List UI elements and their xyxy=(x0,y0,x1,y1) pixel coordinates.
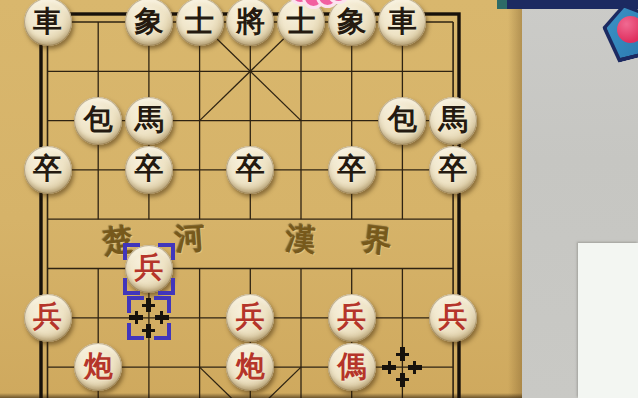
piece-glyph: 兵 xyxy=(337,302,366,331)
black-cannon-piece[interactable]: 包 xyxy=(74,97,122,145)
flower-logo-icon xyxy=(289,0,343,10)
piece-glyph: 馬 xyxy=(134,105,163,134)
black-general-piece[interactable]: 將 xyxy=(226,0,274,46)
red-cannon-piece[interactable]: 炮 xyxy=(74,343,122,391)
mouse-crosshair-cursor xyxy=(380,345,424,389)
piece-glyph: 兵 xyxy=(439,302,468,331)
piece-glyph: 車 xyxy=(33,7,62,36)
channel-logo-icon xyxy=(604,3,638,59)
piece-glyph: 將 xyxy=(236,7,265,36)
piece-glyph: 炮 xyxy=(236,352,265,381)
black-soldier-piece[interactable]: 卒 xyxy=(24,146,72,194)
piece-glyph: 包 xyxy=(84,105,113,134)
selected-piece-brackets xyxy=(123,243,175,295)
black-horse-piece[interactable]: 馬 xyxy=(125,97,173,145)
piece-glyph: 卒 xyxy=(33,154,62,183)
black-soldier-piece[interactable]: 卒 xyxy=(125,146,173,194)
piece-glyph: 車 xyxy=(388,7,417,36)
video-frame: 楚 河 漢 界 車象士將士象車包馬包馬卒卒卒卒卒兵兵兵兵兵炮炮傌 xyxy=(0,0,638,398)
black-horse-piece[interactable]: 馬 xyxy=(429,97,477,145)
piece-glyph: 馬 xyxy=(439,105,468,134)
piece-glyph: 卒 xyxy=(337,154,366,183)
piece-glyph: 包 xyxy=(388,105,417,134)
river-label-he: 河 xyxy=(174,218,207,261)
red-cannon-piece[interactable]: 炮 xyxy=(226,343,274,391)
black-chariot-piece[interactable]: 車 xyxy=(378,0,426,46)
piece-glyph: 士 xyxy=(185,7,214,36)
red-soldier-piece[interactable]: 兵 xyxy=(429,294,477,342)
red-soldier-piece[interactable]: 兵 xyxy=(24,294,72,342)
board-bottom-shadow xyxy=(0,393,522,398)
piece-glyph: 傌 xyxy=(337,352,366,381)
black-soldier-piece[interactable]: 卒 xyxy=(328,146,376,194)
piece-glyph: 兵 xyxy=(33,302,62,331)
piece-glyph: 兵 xyxy=(236,302,265,331)
piece-glyph: 象 xyxy=(134,7,163,36)
black-elephant-piece[interactable]: 象 xyxy=(125,0,173,46)
piece-glyph: 卒 xyxy=(236,154,265,183)
piece-glyph: 卒 xyxy=(134,154,163,183)
piece-glyph: 卒 xyxy=(439,154,468,183)
piece-glyph: 士 xyxy=(287,7,316,36)
black-cannon-piece[interactable]: 包 xyxy=(378,97,426,145)
black-advisor-piece[interactable]: 士 xyxy=(176,0,224,46)
move-origin-crosshair xyxy=(127,296,171,340)
red-soldier-piece[interactable]: 兵 xyxy=(328,294,376,342)
black-soldier-piece[interactable]: 卒 xyxy=(226,146,274,194)
river-label-han: 漢 xyxy=(285,219,318,262)
piece-glyph: 炮 xyxy=(84,352,113,381)
xiangqi-board[interactable]: 楚 河 漢 界 車象士將士象車包馬包馬卒卒卒卒卒兵兵兵兵兵炮炮傌 xyxy=(0,0,522,398)
red-soldier-piece[interactable]: 兵 xyxy=(226,294,274,342)
red-horse-piece[interactable]: 傌 xyxy=(328,343,376,391)
black-chariot-piece[interactable]: 車 xyxy=(24,0,72,46)
piece-glyph: 象 xyxy=(337,7,366,36)
white-card xyxy=(578,243,638,398)
river-label-jie: 界 xyxy=(360,219,395,263)
black-soldier-piece[interactable]: 卒 xyxy=(429,146,477,194)
